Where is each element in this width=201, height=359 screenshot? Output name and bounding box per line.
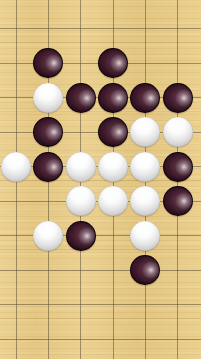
black-stone bbox=[130, 83, 160, 113]
black-stone bbox=[66, 221, 96, 251]
grid-line-horizontal bbox=[0, 235, 201, 236]
white-stone bbox=[163, 117, 193, 147]
white-stone bbox=[66, 186, 96, 216]
white-stone bbox=[33, 83, 63, 113]
white-stone bbox=[130, 117, 160, 147]
black-stone bbox=[163, 152, 193, 182]
white-stone bbox=[130, 152, 160, 182]
white-stone bbox=[98, 152, 128, 182]
white-stone bbox=[66, 152, 96, 182]
black-stone bbox=[98, 48, 128, 78]
white-stone bbox=[98, 186, 128, 216]
black-stone bbox=[66, 83, 96, 113]
black-stone bbox=[98, 117, 128, 147]
black-stone bbox=[33, 117, 63, 147]
white-stone bbox=[130, 221, 160, 251]
black-stone bbox=[98, 83, 128, 113]
white-stone bbox=[130, 186, 160, 216]
grid-line-horizontal bbox=[0, 28, 201, 29]
white-stone bbox=[1, 152, 31, 182]
black-stone bbox=[33, 48, 63, 78]
grid-line-horizontal bbox=[0, 339, 201, 340]
black-stone bbox=[163, 83, 193, 113]
grid-line-horizontal bbox=[0, 304, 201, 305]
black-stone bbox=[33, 152, 63, 182]
white-stone bbox=[33, 221, 63, 251]
black-stone bbox=[163, 186, 193, 216]
game-board[interactable] bbox=[0, 0, 201, 359]
grid-line-horizontal bbox=[0, 270, 201, 271]
black-stone bbox=[130, 255, 160, 285]
